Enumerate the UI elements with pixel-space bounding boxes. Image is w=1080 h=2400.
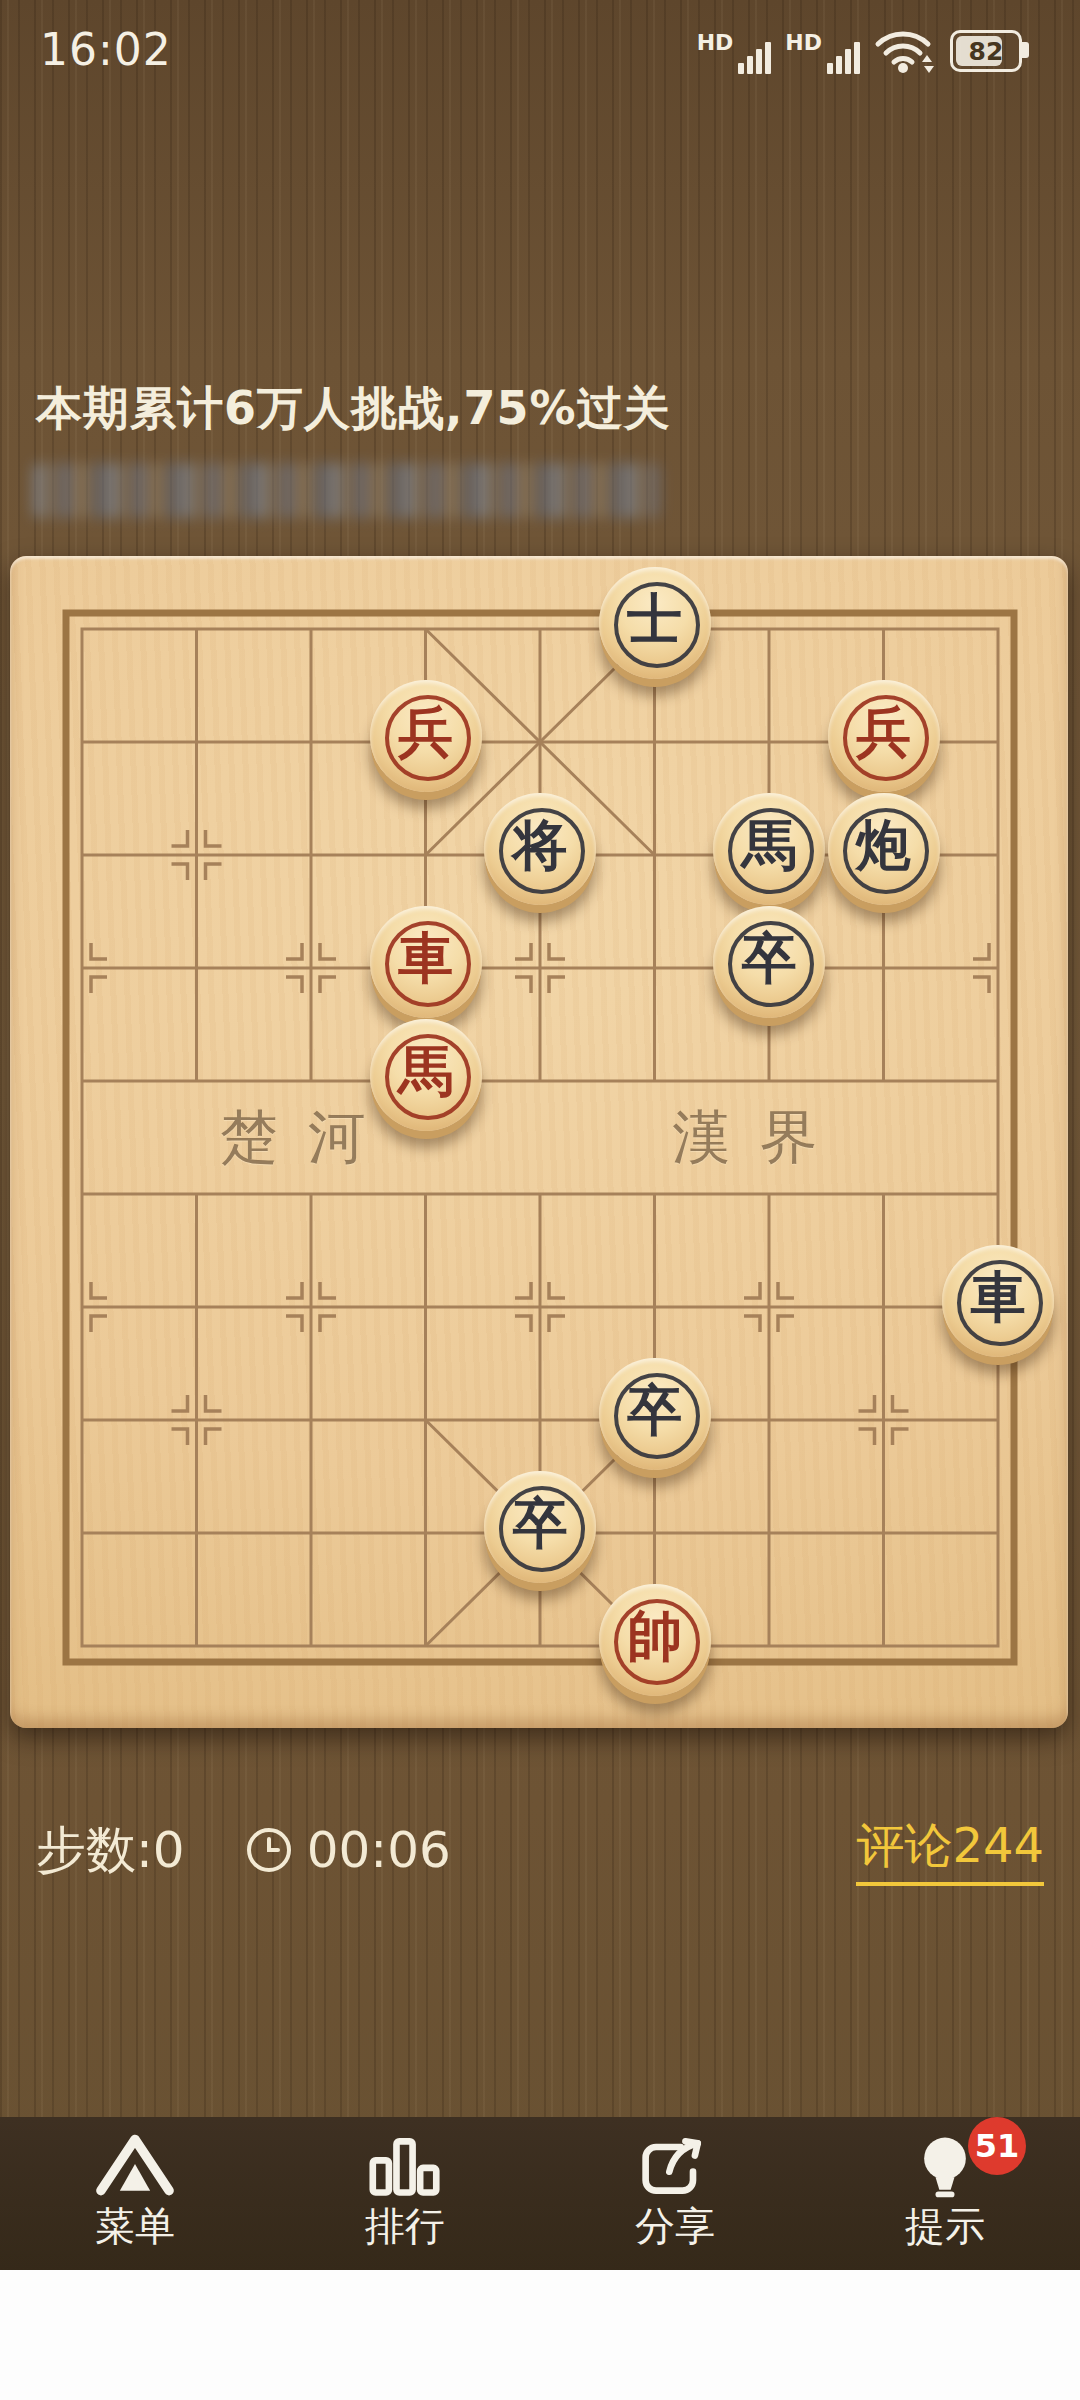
signal-icon-sim1: HD [697, 32, 772, 80]
xiangqi-board[interactable]: 楚河 漢界 士兵兵将馬炮車卒馬車卒卒帥 [10, 556, 1068, 1728]
nav-item-menu[interactable]: 菜单 [0, 2117, 270, 2270]
piece-character: 卒 [713, 906, 825, 1018]
signal-bars-icon [827, 42, 860, 74]
status-bar: 16:02 HD HD 82 [0, 14, 1080, 74]
nav-item-hint[interactable]: 提示 51 [810, 2117, 1080, 2270]
hint-badge: 51 [968, 2117, 1026, 2175]
nav-label: 菜单 [95, 2206, 175, 2246]
nav-label: 分享 [635, 2206, 715, 2246]
app-screen: 16:02 HD HD 82 [0, 0, 1080, 2400]
piece-character: 馬 [370, 1019, 482, 1131]
hd-label: HD [697, 32, 734, 54]
piece-red-chariot[interactable]: 車 [370, 906, 482, 1018]
timer-value: 00:06 [307, 1821, 451, 1879]
clock-icon [245, 1826, 293, 1874]
android-nav-bar [0, 2270, 1080, 2400]
piece-character: 車 [370, 906, 482, 1018]
piece-red-soldier[interactable]: 兵 [370, 680, 482, 792]
bottom-nav-bar: 菜单 排行 分享 [0, 2117, 1080, 2270]
piece-black-horse[interactable]: 馬 [713, 793, 825, 905]
piece-character: 卒 [599, 1358, 711, 1470]
piece-character: 卒 [484, 1471, 596, 1583]
piece-character: 兵 [370, 680, 482, 792]
battery-percent: 82 [969, 37, 1004, 66]
nav-label: 排行 [365, 2206, 445, 2246]
comments-count: 244 [952, 1817, 1044, 1873]
signal-icon-sim2: HD [785, 32, 860, 80]
nav-label: 提示 [905, 2206, 985, 2246]
signal-bars-icon [738, 42, 771, 74]
info-bar: 步数:0 00:06 评论244 [36, 1818, 1044, 1882]
share-icon [627, 2130, 723, 2202]
piece-black-general[interactable]: 将 [484, 793, 596, 905]
piece-red-horse[interactable]: 馬 [370, 1019, 482, 1131]
piece-red-soldier[interactable]: 兵 [828, 680, 940, 792]
menu-icon [87, 2130, 183, 2202]
battery-icon: 82 [950, 30, 1022, 72]
move-counter-label: 步数: [36, 1817, 153, 1884]
comments-label: 评论 [856, 1817, 952, 1873]
status-time: 16:02 [40, 24, 172, 75]
piece-black-cannon[interactable]: 炮 [828, 793, 940, 905]
piece-character: 馬 [713, 793, 825, 905]
status-icons: HD HD 82 [697, 20, 1022, 80]
hd-label: HD [785, 32, 822, 54]
challenge-stats-text: 本期累计6万人挑战,75%过关 [36, 378, 671, 440]
timer: 00:06 [245, 1821, 451, 1879]
move-counter: 步数:0 [36, 1817, 185, 1884]
piece-character: 帥 [599, 1584, 711, 1696]
piece-character: 車 [942, 1245, 1054, 1357]
blurred-subtitle-text [32, 463, 660, 518]
piece-black-advisor[interactable]: 士 [599, 567, 711, 679]
comments-link[interactable]: 评论244 [856, 1814, 1044, 1886]
piece-black-soldier[interactable]: 卒 [599, 1358, 711, 1470]
nav-item-share[interactable]: 分享 [540, 2117, 810, 2270]
piece-character: 炮 [828, 793, 940, 905]
piece-character: 将 [484, 793, 596, 905]
wifi-icon [874, 24, 936, 80]
piece-red-general[interactable]: 帥 [599, 1584, 711, 1696]
bar-chart-icon [357, 2130, 453, 2202]
move-counter-value: 0 [153, 1821, 185, 1879]
piece-character: 士 [599, 567, 711, 679]
river-label-han: 漢界 [672, 1108, 848, 1166]
piece-black-chariot[interactable]: 車 [942, 1245, 1054, 1357]
piece-character: 兵 [828, 680, 940, 792]
piece-black-soldier[interactable]: 卒 [484, 1471, 596, 1583]
battery-nub [1022, 42, 1029, 58]
nav-item-ranking[interactable]: 排行 [270, 2117, 540, 2270]
piece-black-soldier[interactable]: 卒 [713, 906, 825, 1018]
